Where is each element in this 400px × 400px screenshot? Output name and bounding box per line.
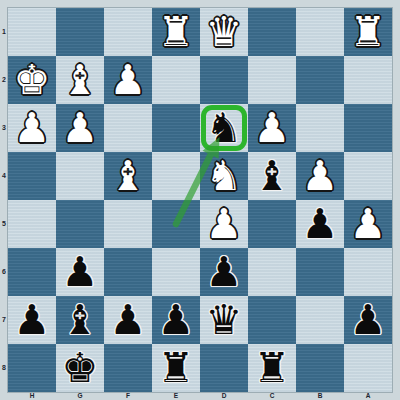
piece-black-pawn[interactable]: ♟ — [8, 296, 56, 344]
square-f6[interactable] — [104, 248, 152, 296]
piece-black-bishop[interactable]: ♝ — [56, 296, 104, 344]
piece-black-rook[interactable]: ♜ — [248, 344, 296, 392]
piece-black-queen[interactable]: ♛ — [200, 296, 248, 344]
square-g7[interactable]: ♝ — [56, 296, 104, 344]
rank-label-7: 7 — [0, 296, 8, 344]
square-d2[interactable] — [200, 56, 248, 104]
square-f8[interactable] — [104, 344, 152, 392]
square-d8[interactable] — [200, 344, 248, 392]
rank-label-1: 1 — [0, 8, 8, 56]
square-e7[interactable]: ♟ — [152, 296, 200, 344]
square-h8[interactable] — [8, 344, 56, 392]
file-label-g: G — [56, 392, 104, 400]
rank-label-6: 6 — [0, 248, 8, 296]
piece-black-pawn[interactable]: ♟ — [344, 296, 392, 344]
square-h2[interactable]: ♚ — [8, 56, 56, 104]
square-h5[interactable] — [8, 200, 56, 248]
square-f7[interactable]: ♟ — [104, 296, 152, 344]
piece-black-pawn[interactable]: ♟ — [296, 200, 344, 248]
piece-black-knight[interactable]: ♞ — [200, 104, 248, 152]
square-f2[interactable]: ♟ — [104, 56, 152, 104]
square-e4[interactable] — [152, 152, 200, 200]
square-e6[interactable] — [152, 248, 200, 296]
file-labels: HGFEDCBA — [8, 392, 392, 400]
square-b6[interactable] — [296, 248, 344, 296]
piece-white-pawn[interactable]: ♟ — [344, 200, 392, 248]
chess-board: ♜♛♜♚♝♟♟♟♞♟♝♞♝♟♟♟♟♟♟♟♝♟♟♛♟♚♜♜ — [8, 8, 392, 392]
square-g8[interactable]: ♚ — [56, 344, 104, 392]
square-c5[interactable] — [248, 200, 296, 248]
square-c6[interactable] — [248, 248, 296, 296]
square-g4[interactable] — [56, 152, 104, 200]
square-d3[interactable]: ♞ — [200, 104, 248, 152]
piece-white-rook[interactable]: ♜ — [152, 8, 200, 56]
square-b5[interactable]: ♟ — [296, 200, 344, 248]
rank-label-2: 2 — [0, 56, 8, 104]
square-a3[interactable] — [344, 104, 392, 152]
square-h7[interactable]: ♟ — [8, 296, 56, 344]
square-f5[interactable] — [104, 200, 152, 248]
file-label-d: D — [200, 392, 248, 400]
square-d4[interactable]: ♞ — [200, 152, 248, 200]
square-a4[interactable] — [344, 152, 392, 200]
square-h1[interactable] — [8, 8, 56, 56]
square-c1[interactable] — [248, 8, 296, 56]
square-g1[interactable] — [56, 8, 104, 56]
file-label-c: C — [248, 392, 296, 400]
square-h4[interactable] — [8, 152, 56, 200]
square-a1[interactable]: ♜ — [344, 8, 392, 56]
screenshot-root: { "game": "chess", "position": { "fen": … — [0, 0, 400, 400]
file-label-e: E — [152, 392, 200, 400]
square-g3[interactable]: ♟ — [56, 104, 104, 152]
rank-labels: 12345678 — [0, 8, 8, 392]
square-e5[interactable] — [152, 200, 200, 248]
square-h3[interactable]: ♟ — [8, 104, 56, 152]
square-d6[interactable]: ♟ — [200, 248, 248, 296]
piece-white-pawn[interactable]: ♟ — [104, 56, 152, 104]
square-d1[interactable]: ♛ — [200, 8, 248, 56]
piece-white-knight[interactable]: ♞ — [200, 152, 248, 200]
file-label-h: H — [8, 392, 56, 400]
file-label-a: A — [344, 392, 392, 400]
square-c3[interactable]: ♟ — [248, 104, 296, 152]
square-g5[interactable] — [56, 200, 104, 248]
file-label-b: B — [296, 392, 344, 400]
rank-label-8: 8 — [0, 344, 8, 392]
square-b4[interactable]: ♟ — [296, 152, 344, 200]
rank-label-5: 5 — [0, 200, 8, 248]
square-b3[interactable] — [296, 104, 344, 152]
square-b1[interactable] — [296, 8, 344, 56]
piece-white-pawn[interactable]: ♟ — [200, 200, 248, 248]
piece-black-king[interactable]: ♚ — [56, 344, 104, 392]
piece-white-rook[interactable]: ♜ — [344, 8, 392, 56]
square-f1[interactable] — [104, 8, 152, 56]
square-a7[interactable]: ♟ — [344, 296, 392, 344]
square-b8[interactable] — [296, 344, 344, 392]
square-e8[interactable]: ♜ — [152, 344, 200, 392]
square-a5[interactable]: ♟ — [344, 200, 392, 248]
piece-white-pawn[interactable]: ♟ — [8, 104, 56, 152]
square-h6[interactable] — [8, 248, 56, 296]
square-c4[interactable]: ♝ — [248, 152, 296, 200]
square-c7[interactable] — [248, 296, 296, 344]
piece-black-bishop[interactable]: ♝ — [248, 152, 296, 200]
square-e3[interactable] — [152, 104, 200, 152]
square-c8[interactable]: ♜ — [248, 344, 296, 392]
square-e2[interactable] — [152, 56, 200, 104]
piece-white-bishop[interactable]: ♝ — [104, 152, 152, 200]
file-label-f: F — [104, 392, 152, 400]
piece-black-pawn[interactable]: ♟ — [200, 248, 248, 296]
square-f4[interactable]: ♝ — [104, 152, 152, 200]
square-b7[interactable] — [296, 296, 344, 344]
square-f3[interactable] — [104, 104, 152, 152]
piece-white-pawn[interactable]: ♟ — [296, 152, 344, 200]
piece-white-pawn[interactable]: ♟ — [56, 104, 104, 152]
piece-white-pawn[interactable]: ♟ — [248, 104, 296, 152]
piece-black-pawn[interactable]: ♟ — [56, 248, 104, 296]
square-b2[interactable] — [296, 56, 344, 104]
square-a6[interactable] — [344, 248, 392, 296]
square-d5[interactable]: ♟ — [200, 200, 248, 248]
square-c2[interactable] — [248, 56, 296, 104]
piece-white-bishop[interactable]: ♝ — [56, 56, 104, 104]
piece-white-queen[interactable]: ♛ — [200, 8, 248, 56]
piece-black-rook[interactable]: ♜ — [152, 344, 200, 392]
square-g2[interactable]: ♝ — [56, 56, 104, 104]
square-a2[interactable] — [344, 56, 392, 104]
piece-black-pawn[interactable]: ♟ — [152, 296, 200, 344]
piece-black-pawn[interactable]: ♟ — [104, 296, 152, 344]
rank-label-4: 4 — [0, 152, 8, 200]
rank-label-3: 3 — [0, 104, 8, 152]
square-e1[interactable]: ♜ — [152, 8, 200, 56]
square-g6[interactable]: ♟ — [56, 248, 104, 296]
square-a8[interactable] — [344, 344, 392, 392]
square-d7[interactable]: ♛ — [200, 296, 248, 344]
chess-app: 12345678 ♜♛♜♚♝♟♟♟♞♟♝♞♝♟♟♟♟♟♟♟♝♟♟♛♟♚♜♜ HG… — [0, 0, 400, 400]
piece-white-king[interactable]: ♚ — [8, 56, 56, 104]
